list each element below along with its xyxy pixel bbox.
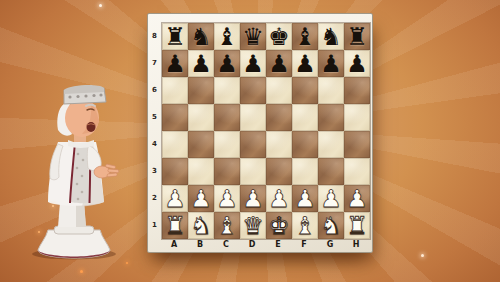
rank-label-1: 1 (148, 211, 161, 238)
piece-white-rook[interactable]: ♜ (164, 213, 186, 239)
square-g4[interactable] (318, 131, 344, 158)
piece-black-pawn[interactable]: ♟ (216, 51, 238, 77)
square-d4[interactable] (240, 131, 266, 158)
square-f1[interactable]: ♝ (292, 212, 318, 239)
square-c3[interactable] (214, 158, 240, 185)
square-c6[interactable] (214, 77, 240, 104)
file-labels: ABCDEFGH (161, 237, 369, 252)
square-f7[interactable]: ♟ (292, 50, 318, 77)
piece-white-king[interactable]: ♚ (268, 213, 290, 239)
rank-label-7: 7 (148, 49, 161, 76)
square-h4[interactable] (344, 131, 370, 158)
piece-white-bishop[interactable]: ♝ (294, 213, 316, 239)
file-label-e: E (265, 237, 291, 252)
square-c8[interactable]: ♝ (214, 23, 240, 50)
square-f5[interactable] (292, 104, 318, 131)
piece-white-pawn[interactable]: ♟ (268, 186, 290, 212)
square-d3[interactable] (240, 158, 266, 185)
piece-white-pawn[interactable]: ♟ (216, 186, 238, 212)
piece-black-pawn[interactable]: ♟ (294, 51, 316, 77)
square-b8[interactable]: ♞ (188, 23, 214, 50)
square-f8[interactable]: ♝ (292, 23, 318, 50)
square-a6[interactable] (162, 77, 188, 104)
square-g3[interactable] (318, 158, 344, 185)
square-e8[interactable]: ♚ (266, 23, 292, 50)
square-f4[interactable] (292, 131, 318, 158)
square-c7[interactable]: ♟ (214, 50, 240, 77)
piece-black-queen[interactable]: ♛ (242, 24, 264, 50)
square-b6[interactable] (188, 77, 214, 104)
square-a7[interactable]: ♟ (162, 50, 188, 77)
piece-black-knight[interactable]: ♞ (190, 24, 212, 50)
piece-black-pawn[interactable]: ♟ (242, 51, 264, 77)
rank-label-6: 6 (148, 76, 161, 103)
square-a3[interactable] (162, 158, 188, 185)
app-background: 87654321 ♜♞♝♛♚♝♞♜♟♟♟♟♟♟♟♟♟♟♟♟♟♟♟♟♜♞♝♛♚♝♞… (0, 0, 500, 282)
rank-label-5: 5 (148, 103, 161, 130)
piece-white-rook[interactable]: ♜ (346, 213, 368, 239)
square-h3[interactable] (344, 158, 370, 185)
file-label-c: C (213, 237, 239, 252)
chess-board: 87654321 ♜♞♝♛♚♝♞♜♟♟♟♟♟♟♟♟♟♟♟♟♟♟♟♟♜♞♝♛♚♝♞… (147, 13, 373, 253)
square-g7[interactable]: ♟ (318, 50, 344, 77)
piece-white-pawn[interactable]: ♟ (346, 186, 368, 212)
square-f3[interactable] (292, 158, 318, 185)
piece-white-pawn[interactable]: ♟ (320, 186, 342, 212)
piece-black-knight[interactable]: ♞ (320, 24, 342, 50)
piece-black-pawn[interactable]: ♟ (268, 51, 290, 77)
sparkle-icon (126, 262, 128, 264)
square-f6[interactable] (292, 77, 318, 104)
square-h2[interactable]: ♟ (344, 185, 370, 212)
piece-black-bishop[interactable]: ♝ (216, 24, 238, 50)
piece-white-pawn[interactable]: ♟ (242, 186, 264, 212)
file-label-b: B (187, 237, 213, 252)
square-e3[interactable] (266, 158, 292, 185)
square-e6[interactable] (266, 77, 292, 104)
square-b1[interactable]: ♞ (188, 212, 214, 239)
rank-label-8: 8 (148, 22, 161, 49)
square-b7[interactable]: ♟ (188, 50, 214, 77)
square-g2[interactable]: ♟ (318, 185, 344, 212)
square-c1[interactable]: ♝ (214, 212, 240, 239)
square-d8[interactable]: ♛ (240, 23, 266, 50)
piece-white-pawn[interactable]: ♟ (164, 186, 186, 212)
square-f2[interactable]: ♟ (292, 185, 318, 212)
rank-label-4: 4 (148, 130, 161, 157)
square-e7[interactable]: ♟ (266, 50, 292, 77)
board-squares: ♜♞♝♛♚♝♞♜♟♟♟♟♟♟♟♟♟♟♟♟♟♟♟♟♜♞♝♛♚♝♞♜ (161, 22, 371, 240)
piece-white-bishop[interactable]: ♝ (216, 213, 238, 239)
square-g6[interactable] (318, 77, 344, 104)
square-e2[interactable]: ♟ (266, 185, 292, 212)
square-c5[interactable] (214, 104, 240, 131)
square-g1[interactable]: ♞ (318, 212, 344, 239)
square-e5[interactable] (266, 104, 292, 131)
square-d2[interactable]: ♟ (240, 185, 266, 212)
piece-black-bishop[interactable]: ♝ (294, 24, 316, 50)
piece-black-rook[interactable]: ♜ (346, 24, 368, 50)
square-d6[interactable] (240, 77, 266, 104)
file-label-g: G (317, 237, 343, 252)
square-d7[interactable]: ♟ (240, 50, 266, 77)
square-d5[interactable] (240, 104, 266, 131)
piece-white-knight[interactable]: ♞ (320, 213, 342, 239)
file-label-a: A (161, 237, 187, 252)
sparkle-icon (421, 254, 424, 257)
square-g5[interactable] (318, 104, 344, 131)
piece-white-queen[interactable]: ♛ (242, 213, 264, 239)
square-h5[interactable] (344, 104, 370, 131)
square-a8[interactable]: ♜ (162, 23, 188, 50)
square-e4[interactable] (266, 131, 292, 158)
piece-white-pawn[interactable]: ♟ (190, 186, 212, 212)
piece-white-knight[interactable]: ♞ (190, 213, 212, 239)
rank-labels: 87654321 (148, 22, 161, 238)
file-label-f: F (291, 237, 317, 252)
file-label-d: D (239, 237, 265, 252)
square-e1[interactable]: ♚ (266, 212, 292, 239)
piece-black-rook[interactable]: ♜ (164, 24, 186, 50)
white-king-character-icon (18, 80, 130, 260)
square-d1[interactable]: ♛ (240, 212, 266, 239)
square-h8[interactable]: ♜ (344, 23, 370, 50)
square-b3[interactable] (188, 158, 214, 185)
square-b4[interactable] (188, 131, 214, 158)
square-a1[interactable]: ♜ (162, 212, 188, 239)
piece-white-pawn[interactable]: ♟ (294, 186, 316, 212)
square-b2[interactable]: ♟ (188, 185, 214, 212)
piece-black-pawn[interactable]: ♟ (320, 51, 342, 77)
file-label-h: H (343, 237, 369, 252)
square-h7[interactable]: ♟ (344, 50, 370, 77)
square-c2[interactable]: ♟ (214, 185, 240, 212)
piece-black-pawn[interactable]: ♟ (190, 51, 212, 77)
rank-label-3: 3 (148, 157, 161, 184)
square-h6[interactable] (344, 77, 370, 104)
square-b5[interactable] (188, 104, 214, 131)
square-a2[interactable]: ♟ (162, 185, 188, 212)
sparkle-icon (80, 270, 83, 273)
piece-black-king[interactable]: ♚ (268, 24, 290, 50)
piece-black-pawn[interactable]: ♟ (346, 51, 368, 77)
square-h1[interactable]: ♜ (344, 212, 370, 239)
sparkle-icon (99, 4, 102, 7)
square-g8[interactable]: ♞ (318, 23, 344, 50)
square-c4[interactable] (214, 131, 240, 158)
rank-label-2: 2 (148, 184, 161, 211)
square-a5[interactable] (162, 104, 188, 131)
square-a4[interactable] (162, 131, 188, 158)
piece-black-pawn[interactable]: ♟ (164, 51, 186, 77)
